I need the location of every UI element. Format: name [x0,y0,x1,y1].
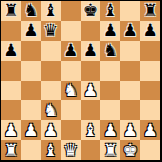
square-e2[interactable]: ♝ [81,120,101,140]
piece-black-pawn: ♟ [23,22,38,39]
piece-black-queen: ♛ [43,22,58,39]
square-a5[interactable] [1,61,21,81]
square-g3[interactable] [120,100,140,120]
board-grid: ♜♞♝♚♝♜♟♛♟♟♟♟♟♟♞♞♟♞♟♟♟♝♟♟♟♜♝♛♜♚ [1,1,160,160]
square-h2[interactable]: ♟ [140,120,160,140]
square-f8[interactable]: ♝ [100,1,120,21]
square-b3[interactable] [21,100,41,120]
square-d4[interactable]: ♞ [61,81,81,101]
square-b8[interactable]: ♞ [21,1,41,21]
square-h6[interactable] [140,41,160,61]
piece-black-pawn: ♟ [142,22,157,39]
chess-board: ♜♞♝♚♝♜♟♛♟♟♟♟♟♟♞♞♟♞♟♟♟♝♟♟♟♜♝♛♜♚ [0,0,162,162]
square-e1[interactable] [81,140,101,160]
square-c5[interactable] [41,61,61,81]
square-c3[interactable]: ♞ [41,100,61,120]
square-c4[interactable] [41,81,61,101]
square-e4[interactable]: ♟ [81,81,101,101]
piece-white-pawn: ♟ [123,121,138,138]
piece-black-bishop: ♝ [103,2,118,19]
piece-white-pawn: ♟ [23,121,38,138]
square-d5[interactable] [61,61,81,81]
square-e7[interactable] [81,21,101,41]
square-d8[interactable] [61,1,81,21]
square-h1[interactable] [140,140,160,160]
piece-white-rook: ♜ [3,141,18,158]
square-a2[interactable]: ♟ [1,120,21,140]
piece-white-pawn: ♟ [83,81,98,98]
square-c2[interactable]: ♟ [41,120,61,140]
square-a3[interactable] [1,100,21,120]
square-f4[interactable] [100,81,120,101]
square-f3[interactable] [100,100,120,120]
square-e5[interactable] [81,61,101,81]
piece-black-king: ♚ [83,2,98,19]
square-f1[interactable]: ♜ [100,140,120,160]
piece-black-pawn: ♟ [103,22,118,39]
square-c7[interactable]: ♛ [41,21,61,41]
piece-black-knight: ♞ [103,42,118,59]
square-d3[interactable] [61,100,81,120]
piece-black-rook: ♜ [3,2,18,19]
square-b2[interactable]: ♟ [21,120,41,140]
square-f7[interactable]: ♟ [100,21,120,41]
piece-white-pawn: ♟ [43,121,58,138]
square-g5[interactable] [120,61,140,81]
piece-white-bishop: ♝ [83,121,98,138]
piece-white-pawn: ♟ [103,121,118,138]
square-b4[interactable] [21,81,41,101]
piece-white-rook: ♜ [103,141,118,158]
piece-white-knight: ♞ [43,101,58,118]
square-c6[interactable] [41,41,61,61]
square-b6[interactable] [21,41,41,61]
piece-black-pawn: ♟ [3,42,18,59]
square-g1[interactable]: ♚ [120,140,140,160]
square-d6[interactable]: ♟ [61,41,81,61]
piece-black-pawn: ♟ [83,42,98,59]
piece-white-bishop: ♝ [43,141,58,158]
square-g8[interactable] [120,1,140,21]
square-b1[interactable] [21,140,41,160]
square-c1[interactable]: ♝ [41,140,61,160]
square-f5[interactable] [100,61,120,81]
square-d1[interactable]: ♛ [61,140,81,160]
square-a6[interactable]: ♟ [1,41,21,61]
piece-black-pawn: ♟ [63,42,78,59]
square-a8[interactable]: ♜ [1,1,21,21]
square-a1[interactable]: ♜ [1,140,21,160]
square-e8[interactable]: ♚ [81,1,101,21]
piece-white-knight: ♞ [63,81,78,98]
square-d2[interactable] [61,120,81,140]
piece-black-knight: ♞ [23,2,38,19]
square-f6[interactable]: ♞ [100,41,120,61]
piece-black-bishop: ♝ [43,2,58,19]
square-a4[interactable] [1,81,21,101]
piece-white-king: ♚ [123,141,138,158]
square-c8[interactable]: ♝ [41,1,61,21]
piece-black-pawn: ♟ [123,22,138,39]
square-h4[interactable] [140,81,160,101]
square-g2[interactable]: ♟ [120,120,140,140]
square-a7[interactable] [1,21,21,41]
piece-white-queen: ♛ [63,141,78,158]
square-g4[interactable] [120,81,140,101]
piece-white-pawn: ♟ [142,121,157,138]
square-e3[interactable] [81,100,101,120]
piece-white-pawn: ♟ [3,121,18,138]
square-h5[interactable] [140,61,160,81]
square-f2[interactable]: ♟ [100,120,120,140]
square-b7[interactable]: ♟ [21,21,41,41]
square-b5[interactable] [21,61,41,81]
square-h7[interactable]: ♟ [140,21,160,41]
piece-black-rook: ♜ [142,2,157,19]
square-g7[interactable]: ♟ [120,21,140,41]
square-h8[interactable]: ♜ [140,1,160,21]
square-h3[interactable] [140,100,160,120]
square-d7[interactable] [61,21,81,41]
square-e6[interactable]: ♟ [81,41,101,61]
square-g6[interactable] [120,41,140,61]
